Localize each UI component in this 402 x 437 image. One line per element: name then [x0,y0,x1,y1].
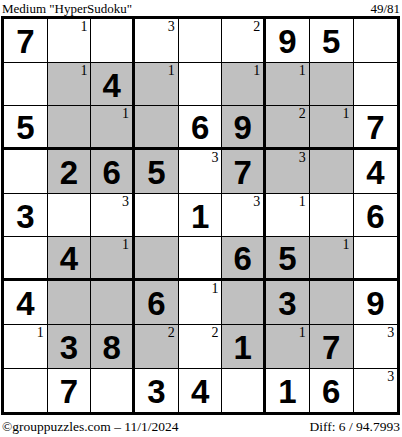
given-digit: 1 [191,198,209,233]
given-digit: 4 [16,285,34,320]
pencil-mark: 1 [299,325,306,340]
cell-r1c4[interactable]: 3 [135,19,179,63]
given-digit: 5 [278,240,296,275]
cell-r5c8[interactable] [310,194,354,238]
cell-r1c6[interactable]: 2 [222,19,266,63]
cell-r1c5[interactable] [179,19,223,63]
given-digit: 4 [60,240,78,275]
cell-r9c6[interactable] [222,369,266,413]
cell-r6c3[interactable]: 1 [91,237,135,281]
cell-r1c3[interactable] [91,19,135,63]
cell-r5c2[interactable] [48,194,92,238]
cell-r1c9[interactable] [354,19,398,63]
cell-r3c3[interactable]: 1 [91,106,135,150]
cell-r9c7[interactable]: 1 [266,369,310,413]
pencil-mark: 1 [299,194,306,209]
cell-r3c6[interactable]: 9 [222,106,266,150]
cell-r4c4[interactable]: 5 [135,150,179,194]
pencil-mark: 2 [299,106,306,121]
cell-r9c1[interactable] [4,369,48,413]
pencil-mark: 1 [80,19,87,34]
cell-r3c7[interactable]: 2 [266,106,310,150]
pencil-mark: 1 [168,63,175,78]
given-digit: 7 [60,373,78,408]
given-digit: 3 [147,373,165,408]
cell-r7c4[interactable]: 6 [135,281,179,325]
cell-r8c2[interactable]: 3 [48,325,92,369]
cell-r5c4[interactable] [135,194,179,238]
cell-r7c7[interactable]: 3 [266,281,310,325]
cell-r8c6[interactable]: 1 [222,325,266,369]
cell-r1c7[interactable]: 9 [266,19,310,63]
given-digit: 9 [278,23,296,58]
cell-r8c9[interactable]: 3 [354,325,398,369]
given-digit: 2 [60,154,78,189]
given-digit: 7 [234,154,252,189]
pencil-mark: 3 [299,150,306,165]
cell-r6c2[interactable]: 4 [48,237,92,281]
given-digit: 9 [234,109,252,144]
cell-r6c1[interactable] [4,237,48,281]
cell-r2c4[interactable]: 1 [135,63,179,107]
cell-r6c9[interactable] [354,237,398,281]
given-digit: 7 [16,23,34,58]
cell-r3c5[interactable]: 6 [179,106,223,150]
cell-r6c4[interactable] [135,237,179,281]
cell-r8c8[interactable]: 7 [310,325,354,369]
cell-r5c3[interactable]: 3 [91,194,135,238]
pencil-mark: 2 [253,19,260,34]
cell-r4c5[interactable]: 3 [179,150,223,194]
pencil-mark: 3 [253,194,260,209]
cell-r5c7[interactable]: 1 [266,194,310,238]
given-digit: 1 [278,373,296,408]
cell-r2c2[interactable]: 1 [48,63,92,107]
cell-r5c6[interactable]: 3 [222,194,266,238]
cell-r4c2[interactable]: 2 [48,150,92,194]
cell-r8c5[interactable]: 2 [179,325,223,369]
pencil-mark: 1 [253,63,260,78]
cell-r9c3[interactable] [91,369,135,413]
cell-r8c1[interactable]: 1 [4,325,48,369]
cell-r3c9[interactable]: 7 [354,106,398,150]
pencil-mark: 1 [122,237,129,252]
given-digit: 4 [191,373,209,408]
given-digit: 6 [147,285,165,320]
cell-r1c1[interactable]: 7 [4,19,48,63]
pencil-mark: 3 [387,369,394,384]
cell-r6c6[interactable]: 6 [222,237,266,281]
pencil-mark: 3 [122,194,129,209]
cell-r4c8[interactable] [310,150,354,194]
given-digit: 6 [366,198,384,233]
difficulty-text: Diff: 6 / 94.7993 [310,419,401,434]
cell-r6c5[interactable] [179,237,223,281]
pencil-mark: 1 [299,63,306,78]
cell-r6c8[interactable]: 1 [310,237,354,281]
cell-r7c1[interactable]: 4 [4,281,48,325]
clue-counter: 49/81 [370,2,400,15]
cell-r1c8[interactable]: 5 [310,19,354,63]
cell-r8c4[interactable]: 2 [135,325,179,369]
pencil-mark: 3 [211,150,218,165]
cell-r9c8[interactable]: 6 [310,369,354,413]
cell-r5c9[interactable]: 6 [354,194,398,238]
cell-r2c7[interactable]: 1 [266,63,310,107]
cell-r7c6[interactable] [222,281,266,325]
pencil-mark: 1 [37,325,44,340]
cell-r1c2[interactable]: 1 [48,19,92,63]
given-digit: 3 [60,329,78,364]
given-digit: 5 [322,23,340,58]
cell-r7c5[interactable]: 1 [179,281,223,325]
given-digit: 6 [191,109,209,144]
given-digit: 3 [16,198,34,233]
cell-r4c9[interactable]: 4 [354,150,398,194]
pencil-mark: 2 [211,325,218,340]
cell-r2c5[interactable] [179,63,223,107]
pencil-mark: 1 [343,237,350,252]
puzzle-title: Medium "HyperSudoku" [2,2,132,15]
pencil-mark: 1 [211,281,218,296]
pencil-mark: 1 [343,106,350,121]
header: Medium "HyperSudoku" 49/81 [0,0,402,16]
cell-r4c7[interactable]: 3 [266,150,310,194]
cell-r3c4[interactable] [135,106,179,150]
puzzle-page: Medium "HyperSudoku" 49/81 7132951411151… [0,0,402,437]
given-digit: 3 [278,285,296,320]
cell-r7c9[interactable]: 9 [354,281,398,325]
given-digit: 8 [103,329,121,364]
cell-r8c3[interactable]: 8 [91,325,135,369]
cell-r7c8[interactable] [310,281,354,325]
given-digit: 6 [322,373,340,408]
cell-r2c1[interactable] [4,63,48,107]
cell-r9c4[interactable]: 3 [135,369,179,413]
cell-r5c1[interactable]: 3 [4,194,48,238]
given-digit: 1 [234,329,252,364]
given-digit: 4 [366,154,384,189]
cell-r4c1[interactable] [4,150,48,194]
cell-r2c8[interactable] [310,63,354,107]
given-digit: 7 [322,329,340,364]
cell-r9c5[interactable]: 4 [179,369,223,413]
pencil-mark: 3 [387,325,394,340]
given-digit: 5 [147,154,165,189]
cell-r3c1[interactable]: 5 [4,106,48,150]
footer: ©grouppuzzles.com – 11/1/2024 Diff: 6 / … [0,419,402,434]
cell-r4c3[interactable]: 6 [91,150,135,194]
copyright-text: ©grouppuzzles.com – 11/1/2024 [2,419,179,434]
given-digit: 9 [366,285,384,320]
cell-r4c6[interactable]: 7 [222,150,266,194]
given-digit: 6 [234,240,252,275]
pencil-mark: 2 [168,325,175,340]
cell-r9c2[interactable]: 7 [48,369,92,413]
cell-r7c3[interactable] [91,281,135,325]
cell-r2c3[interactable]: 4 [91,63,135,107]
cell-r9c9[interactable]: 3 [354,369,398,413]
pencil-mark: 1 [122,106,129,121]
cell-r2c9[interactable] [354,63,398,107]
cell-r3c8[interactable]: 1 [310,106,354,150]
cell-r5c5[interactable]: 1 [179,194,223,238]
pencil-mark: 3 [168,19,175,34]
sudoku-board: 7132951411151692172653734331316416514613… [1,16,400,415]
cell-r8c7[interactable]: 1 [266,325,310,369]
pencil-mark: 1 [80,63,87,78]
given-digit: 7 [366,109,384,144]
cell-r6c7[interactable]: 5 [266,237,310,281]
cell-r7c2[interactable] [48,281,92,325]
given-digit: 5 [16,109,34,144]
cell-r2c6[interactable]: 1 [222,63,266,107]
given-digit: 6 [103,154,121,189]
given-digit: 4 [103,67,121,102]
cell-r3c2[interactable] [48,106,92,150]
